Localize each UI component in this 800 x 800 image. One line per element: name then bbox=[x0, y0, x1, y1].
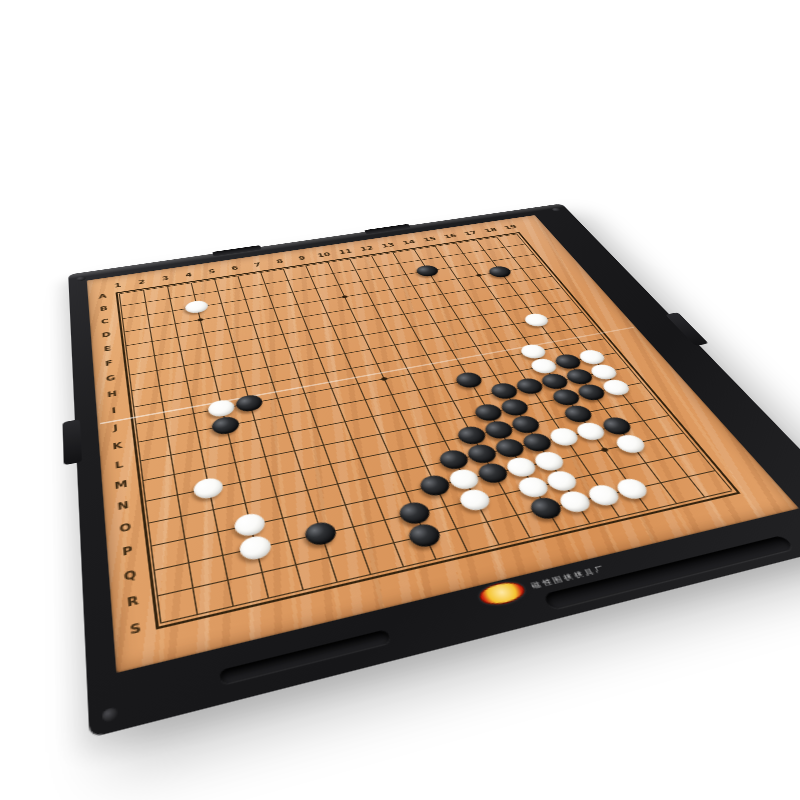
col-label: 17 bbox=[463, 230, 478, 236]
hinge-tab-left[interactable] bbox=[63, 419, 83, 465]
row-label: E bbox=[104, 345, 112, 353]
product-photo-scene: 磁性围棋棋具厂 12345678910111213141516171819ABC… bbox=[0, 0, 800, 800]
go-board-tray[interactable]: 磁性围棋棋具厂 12345678910111213141516171819ABC… bbox=[68, 204, 800, 738]
row-label: J bbox=[113, 423, 118, 432]
wood-playing-surface: 12345678910111213141516171819ABCDEFGHIJK… bbox=[87, 215, 799, 673]
col-label: 12 bbox=[359, 245, 374, 252]
col-label: 5 bbox=[208, 268, 216, 274]
hinge-tab-right[interactable] bbox=[665, 312, 708, 346]
row-label: G bbox=[105, 374, 115, 383]
row-label: A bbox=[98, 293, 106, 300]
row-label: H bbox=[107, 389, 118, 398]
col-label: 9 bbox=[298, 255, 307, 261]
col-label: 3 bbox=[161, 275, 169, 281]
row-label: R bbox=[126, 594, 139, 609]
col-label: 8 bbox=[276, 258, 284, 264]
row-label: C bbox=[101, 318, 109, 325]
col-label: 15 bbox=[422, 236, 437, 242]
col-label: 11 bbox=[338, 248, 353, 255]
row-label: B bbox=[99, 305, 108, 312]
col-label: 4 bbox=[185, 272, 193, 278]
row-label: O bbox=[119, 521, 132, 534]
col-label: 1 bbox=[114, 282, 122, 288]
col-label: 13 bbox=[381, 242, 396, 248]
col-label: 19 bbox=[503, 224, 518, 230]
col-label: 14 bbox=[401, 239, 416, 245]
col-label: 2 bbox=[138, 279, 146, 285]
corner-screw bbox=[76, 276, 85, 282]
corner-screw bbox=[102, 707, 118, 723]
row-label: N bbox=[117, 499, 129, 511]
row-label: L bbox=[115, 459, 124, 469]
col-label: 7 bbox=[253, 262, 261, 268]
row-label: P bbox=[122, 544, 134, 557]
row-label: Q bbox=[123, 568, 137, 582]
row-label: S bbox=[129, 621, 141, 637]
row-label: K bbox=[112, 440, 123, 450]
col-label: 6 bbox=[231, 265, 239, 271]
row-label: D bbox=[101, 331, 111, 339]
perspective-wrapper: 磁性围棋棋具厂 12345678910111213141516171819ABC… bbox=[0, 0, 800, 800]
corner-screw bbox=[551, 207, 561, 211]
row-label: I bbox=[111, 406, 116, 415]
col-label: 10 bbox=[316, 251, 331, 258]
row-label: F bbox=[105, 359, 113, 367]
col-label: 18 bbox=[483, 227, 498, 233]
col-label: 16 bbox=[443, 233, 458, 239]
row-label: M bbox=[114, 479, 128, 491]
